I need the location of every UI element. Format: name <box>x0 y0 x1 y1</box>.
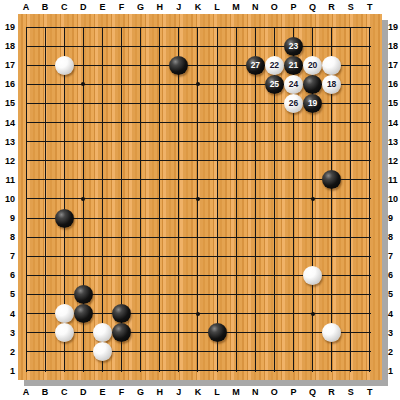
white-stone <box>55 323 74 342</box>
grid-line-horizontal <box>26 27 371 28</box>
white-stone <box>93 323 112 342</box>
black-stone: 19 <box>303 94 322 113</box>
row-label-right: 17 <box>388 61 398 70</box>
row-label-right: 19 <box>388 23 398 32</box>
row-label-right: 8 <box>388 233 393 242</box>
column-label-top: K <box>195 3 202 12</box>
white-stone: 24 <box>284 75 303 94</box>
move-number: 24 <box>289 80 298 89</box>
column-label-top: P <box>290 3 296 12</box>
grid-line-vertical <box>159 27 160 372</box>
black-stone: 27 <box>246 56 265 75</box>
row-label-left: 10 <box>0 194 15 203</box>
column-label-bottom: F <box>119 387 125 396</box>
grid-line-horizontal <box>26 141 371 142</box>
row-label-right: 15 <box>388 99 398 108</box>
column-label-top: M <box>232 3 240 12</box>
grid-line-vertical <box>102 27 103 372</box>
move-number: 21 <box>289 61 298 70</box>
go-diagram: 23272221202524182619 ABCDEFGHJKLMNOPQRST… <box>0 0 400 400</box>
white-stone: 22 <box>265 56 284 75</box>
row-label-right: 6 <box>388 271 393 280</box>
black-stone: 23 <box>284 37 303 56</box>
column-label-bottom: B <box>42 387 49 396</box>
column-label-bottom: G <box>137 387 144 396</box>
grid-line-vertical <box>255 27 256 372</box>
column-label-bottom: P <box>290 387 296 396</box>
row-label-right: 4 <box>388 309 393 318</box>
star-point <box>196 312 200 316</box>
grid-line-horizontal <box>26 218 371 219</box>
row-label-right: 12 <box>388 156 398 165</box>
grid-line-vertical <box>140 27 141 372</box>
row-label-right: 18 <box>388 42 398 51</box>
column-label-bottom: D <box>80 387 87 396</box>
black-stone <box>74 285 93 304</box>
white-stone: 26 <box>284 94 303 113</box>
row-label-left: 2 <box>0 347 15 356</box>
black-stone <box>169 56 188 75</box>
row-label-left: 1 <box>0 366 15 375</box>
black-stone: 25 <box>265 75 284 94</box>
move-number: 26 <box>289 99 298 108</box>
column-label-bottom: K <box>195 387 202 396</box>
column-label-top: E <box>99 3 105 12</box>
white-stone <box>93 342 112 361</box>
grid-line-vertical <box>178 27 179 372</box>
black-stone: 21 <box>284 56 303 75</box>
row-label-left: 8 <box>0 233 15 242</box>
row-label-left: 19 <box>0 23 15 32</box>
column-label-top: J <box>176 3 181 12</box>
column-label-top: R <box>328 3 335 12</box>
row-label-left: 13 <box>0 137 15 146</box>
row-label-right: 7 <box>388 252 393 261</box>
grid-line-horizontal <box>26 370 371 371</box>
column-label-top: G <box>137 3 144 12</box>
move-number: 25 <box>270 80 279 89</box>
move-number: 18 <box>327 80 336 89</box>
column-label-top: S <box>348 3 354 12</box>
white-stone: 20 <box>303 56 322 75</box>
grid-line-horizontal <box>26 332 371 333</box>
grid-line-vertical <box>236 27 237 372</box>
grid-line-horizontal <box>26 122 371 123</box>
row-label-left: 17 <box>0 61 15 70</box>
white-stone <box>303 266 322 285</box>
column-label-top: T <box>367 3 373 12</box>
black-stone <box>322 170 341 189</box>
white-stone <box>55 56 74 75</box>
row-label-left: 6 <box>0 271 15 280</box>
row-label-right: 2 <box>388 347 393 356</box>
black-stone <box>112 304 131 323</box>
star-point <box>196 197 200 201</box>
column-label-bottom: L <box>214 387 220 396</box>
black-stone <box>303 75 322 94</box>
column-label-bottom: H <box>156 387 163 396</box>
grid-line-vertical <box>26 27 27 372</box>
white-stone <box>322 56 341 75</box>
move-number: 20 <box>308 61 317 70</box>
column-label-top: Q <box>309 3 316 12</box>
go-board[interactable]: 23272221202524182619 <box>18 14 382 380</box>
column-label-top: C <box>61 3 68 12</box>
move-number: 19 <box>308 99 317 108</box>
column-label-top: D <box>80 3 87 12</box>
column-label-top: O <box>271 3 278 12</box>
star-point <box>81 197 85 201</box>
row-label-left: 16 <box>0 80 15 89</box>
star-point <box>196 82 200 86</box>
grid-line-horizontal <box>26 256 371 257</box>
row-label-right: 3 <box>388 328 393 337</box>
grid-line-horizontal <box>26 46 371 47</box>
row-label-right: 11 <box>388 175 398 184</box>
move-number: 22 <box>270 61 279 70</box>
grid-line-horizontal <box>26 351 371 352</box>
row-label-left: 5 <box>0 290 15 299</box>
column-label-bottom: J <box>176 387 181 396</box>
row-label-right: 9 <box>388 214 393 223</box>
row-label-left: 15 <box>0 99 15 108</box>
column-label-bottom: S <box>348 387 354 396</box>
white-stone: 18 <box>322 75 341 94</box>
row-label-right: 10 <box>388 194 398 203</box>
grid-line-horizontal <box>26 160 371 161</box>
grid-line-horizontal <box>26 237 371 238</box>
grid-line-vertical <box>369 27 370 372</box>
column-label-bottom: C <box>61 387 68 396</box>
column-label-bottom: E <box>99 387 105 396</box>
grid-line-vertical <box>217 27 218 372</box>
row-label-left: 9 <box>0 214 15 223</box>
white-stone <box>55 304 74 323</box>
move-number: 27 <box>251 61 260 70</box>
column-label-bottom: R <box>328 387 335 396</box>
column-label-top: H <box>156 3 163 12</box>
black-stone <box>112 323 131 342</box>
grid-line-vertical <box>350 27 351 372</box>
star-point <box>311 312 315 316</box>
row-label-left: 18 <box>0 42 15 51</box>
black-stone <box>55 209 74 228</box>
column-label-bottom: N <box>252 387 259 396</box>
row-label-right: 16 <box>388 80 398 89</box>
black-stone <box>208 323 227 342</box>
column-label-top: B <box>42 3 49 12</box>
row-label-left: 12 <box>0 156 15 165</box>
row-label-right: 5 <box>388 290 393 299</box>
star-point <box>311 197 315 201</box>
column-label-top: L <box>214 3 220 12</box>
row-label-left: 7 <box>0 252 15 261</box>
black-stone <box>74 304 93 323</box>
row-label-left: 4 <box>0 309 15 318</box>
row-label-right: 14 <box>388 118 398 127</box>
grid-line-horizontal <box>26 179 371 180</box>
white-stone <box>322 323 341 342</box>
column-label-bottom: Q <box>309 387 316 396</box>
row-label-left: 14 <box>0 118 15 127</box>
column-label-bottom: M <box>232 387 240 396</box>
move-number: 23 <box>289 42 298 51</box>
column-label-bottom: T <box>367 387 373 396</box>
column-label-top: F <box>119 3 125 12</box>
column-label-top: N <box>252 3 259 12</box>
row-label-right: 13 <box>388 137 398 146</box>
row-label-right: 1 <box>388 366 393 375</box>
star-point <box>81 82 85 86</box>
grid-line-vertical <box>45 27 46 372</box>
column-label-bottom: O <box>271 387 278 396</box>
row-label-left: 3 <box>0 328 15 337</box>
column-label-top: A <box>23 3 30 12</box>
column-label-bottom: A <box>23 387 30 396</box>
row-label-left: 11 <box>0 175 15 184</box>
